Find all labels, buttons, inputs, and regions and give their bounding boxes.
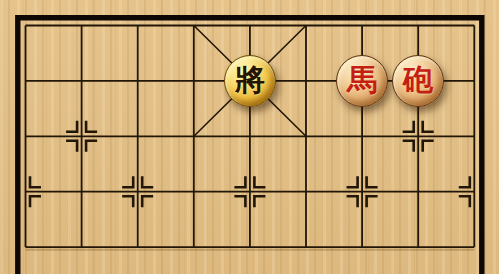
intersection-f6-r4[interactable] <box>334 219 390 274</box>
intersection-f6-r3[interactable] <box>334 164 390 219</box>
xiangqi-board: 將馬砲 <box>0 0 499 274</box>
intersection-f2-r3[interactable] <box>110 164 166 219</box>
intersection-f8-r3[interactable] <box>446 164 499 219</box>
intersection-f0-r3[interactable] <box>0 164 54 219</box>
black-general-glyph: 將 <box>235 65 265 95</box>
intersection-f2-r2[interactable] <box>110 108 166 163</box>
intersection-f0-r1[interactable] <box>0 53 54 108</box>
intersection-f7-r3[interactable] <box>390 164 446 219</box>
intersection-f7-r2[interactable] <box>390 108 446 163</box>
intersection-f3-r3[interactable] <box>166 164 222 219</box>
piece-red-cannon[interactable]: 砲 <box>392 55 444 107</box>
intersection-f3-r4[interactable] <box>166 219 222 274</box>
intersection-f0-r0[interactable] <box>0 0 54 53</box>
intersection-f7-r4[interactable] <box>390 219 446 274</box>
intersection-f2-r0[interactable] <box>110 0 166 53</box>
intersection-f7-r1[interactable]: 砲 <box>390 53 446 108</box>
intersection-f4-r4[interactable] <box>222 219 278 274</box>
intersection-f4-r3[interactable] <box>222 164 278 219</box>
intersection-f8-r4[interactable] <box>446 219 499 274</box>
intersection-f6-r0[interactable] <box>334 0 390 53</box>
piece-black-general[interactable]: 將 <box>224 55 276 107</box>
intersection-f7-r0[interactable] <box>390 0 446 53</box>
intersection-f4-r0[interactable] <box>222 0 278 53</box>
intersection-f1-r3[interactable] <box>54 164 110 219</box>
intersection-f6-r2[interactable] <box>334 108 390 163</box>
intersection-grid: 將馬砲 <box>0 0 499 274</box>
intersection-f6-r1[interactable]: 馬 <box>334 53 390 108</box>
red-horse-glyph: 馬 <box>347 65 377 95</box>
intersection-f4-r2[interactable] <box>222 108 278 163</box>
intersection-f8-r2[interactable] <box>446 108 499 163</box>
intersection-f0-r2[interactable] <box>0 108 54 163</box>
intersection-f3-r0[interactable] <box>166 0 222 53</box>
red-cannon-glyph: 砲 <box>403 65 433 95</box>
intersection-f5-r4[interactable] <box>278 219 334 274</box>
intersection-f5-r2[interactable] <box>278 108 334 163</box>
intersection-f2-r4[interactable] <box>110 219 166 274</box>
intersection-f5-r3[interactable] <box>278 164 334 219</box>
intersection-f2-r1[interactable] <box>110 53 166 108</box>
intersection-f5-r1[interactable] <box>278 53 334 108</box>
intersection-f4-r1[interactable]: 將 <box>222 53 278 108</box>
intersection-f1-r0[interactable] <box>54 0 110 53</box>
intersection-f3-r1[interactable] <box>166 53 222 108</box>
intersection-f8-r1[interactable] <box>446 53 499 108</box>
piece-red-horse[interactable]: 馬 <box>336 55 388 107</box>
intersection-f1-r2[interactable] <box>54 108 110 163</box>
intersection-f5-r0[interactable] <box>278 0 334 53</box>
intersection-f3-r2[interactable] <box>166 108 222 163</box>
intersection-f8-r0[interactable] <box>446 0 499 53</box>
intersection-f0-r4[interactable] <box>0 219 54 274</box>
intersection-f1-r4[interactable] <box>54 219 110 274</box>
intersection-f1-r1[interactable] <box>54 53 110 108</box>
